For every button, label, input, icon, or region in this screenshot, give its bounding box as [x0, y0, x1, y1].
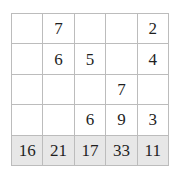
cell-r1c2: 7 — [43, 14, 74, 44]
cell-r4c2[interactable] — [43, 105, 74, 135]
cell-r3c1[interactable] — [12, 75, 43, 105]
sum-cell-c1: 16 — [12, 136, 43, 166]
cell-r3c5[interactable] — [138, 75, 169, 105]
cell-r2c4[interactable] — [106, 44, 137, 74]
cell-r1c3[interactable] — [75, 14, 106, 44]
cell-r4c4: 9 — [106, 105, 137, 135]
cell-r4c5: 3 — [138, 105, 169, 135]
cell-r4c1[interactable] — [12, 105, 43, 135]
sum-cell-c5: 11 — [138, 136, 169, 166]
cell-r3c2[interactable] — [43, 75, 74, 105]
puzzle-board: 7 2 6 5 4 7 6 9 3 16 21 17 33 11 — [11, 13, 169, 166]
cell-r1c1[interactable] — [12, 14, 43, 44]
puzzle-page: 7 2 6 5 4 7 6 9 3 16 21 17 33 11 — [0, 0, 180, 180]
cell-r2c1[interactable] — [12, 44, 43, 74]
cell-r1c4[interactable] — [106, 14, 137, 44]
cell-r3c3[interactable] — [75, 75, 106, 105]
sum-cell-c3: 17 — [75, 136, 106, 166]
cell-r4c3: 6 — [75, 105, 106, 135]
sum-cell-c4: 33 — [106, 136, 137, 166]
cell-r1c5: 2 — [138, 14, 169, 44]
cell-r3c4: 7 — [106, 75, 137, 105]
cell-r2c2: 6 — [43, 44, 74, 74]
cell-r2c5: 4 — [138, 44, 169, 74]
sum-cell-c2: 21 — [43, 136, 74, 166]
cell-r2c3: 5 — [75, 44, 106, 74]
